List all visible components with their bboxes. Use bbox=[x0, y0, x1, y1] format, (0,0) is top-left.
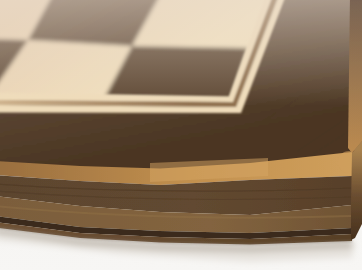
focus-haze bbox=[0, 0, 362, 106]
right-side-face bbox=[351, 140, 362, 240]
board-photo-canvas bbox=[0, 0, 362, 270]
right-edge-roundover bbox=[348, 0, 362, 153]
chessboard-corner-photo: Corner close-up photo of an empty walnut… bbox=[0, 0, 362, 270]
